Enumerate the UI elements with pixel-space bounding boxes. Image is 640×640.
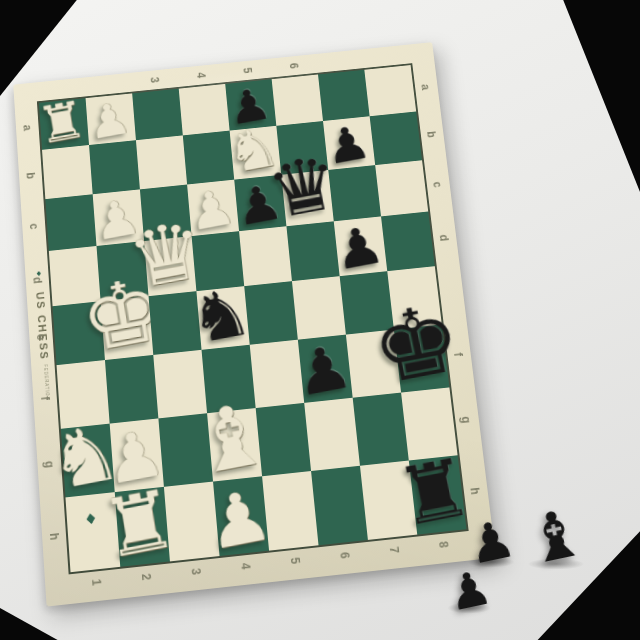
coord-label-right-a: a xyxy=(418,80,432,93)
square-b3[interactable] xyxy=(136,135,187,189)
coord-label-bottom-1: 1 xyxy=(89,575,104,590)
square-g5[interactable] xyxy=(256,403,311,476)
coord-label-right-g: g xyxy=(458,413,473,428)
coord-label-left-c: c xyxy=(27,219,41,233)
photo-stage: US CHESS FEDERATION ♜♟♟♞♟♟♟♟♛♛♟♚♞♟♚♞♟♝ ♜… xyxy=(0,0,640,640)
square-h8[interactable]: ♜ xyxy=(409,455,467,534)
square-h2[interactable]: ♜ xyxy=(115,487,170,567)
coord-label-top-4: 4 xyxy=(194,68,208,81)
brand-logo-text: US CHESS xyxy=(34,291,50,361)
coord-label-left-d: d xyxy=(30,273,44,287)
coord-label-top-3: 3 xyxy=(148,73,162,86)
white-rook-a1[interactable]: ♜ xyxy=(34,95,90,151)
square-d5[interactable] xyxy=(239,226,292,286)
coord-label-top-6: 6 xyxy=(287,59,301,72)
square-b2[interactable] xyxy=(89,140,140,194)
white-pawn-a2[interactable]: ♟ xyxy=(85,96,135,145)
coord-label-top-5: 5 xyxy=(240,64,254,77)
square-g6[interactable] xyxy=(304,398,360,471)
square-a8[interactable] xyxy=(364,65,416,116)
coord-label-left-a: a xyxy=(20,121,34,135)
coord-label-left-f: f xyxy=(38,391,52,406)
black-pawn-d7[interactable]: ♟ xyxy=(330,219,389,277)
square-a2[interactable]: ♟ xyxy=(86,93,136,145)
coord-label-right-c: c xyxy=(430,178,445,192)
square-e2[interactable]: ♚ xyxy=(101,296,154,360)
square-a3[interactable] xyxy=(132,89,183,141)
square-a6[interactable] xyxy=(272,74,323,125)
square-e6[interactable] xyxy=(292,276,346,340)
square-c1[interactable] xyxy=(45,194,96,251)
coord-label-bottom-5: 5 xyxy=(287,553,302,568)
coord-label-bottom-3: 3 xyxy=(188,564,203,579)
square-d7[interactable]: ♟ xyxy=(334,216,387,276)
coord-label-right-d: d xyxy=(436,230,451,244)
square-h6[interactable] xyxy=(311,466,368,546)
square-c8[interactable] xyxy=(375,160,428,216)
square-b8[interactable] xyxy=(370,111,422,165)
chess-board: US CHESS FEDERATION ♜♟♟♞♟♟♟♟♛♛♟♚♞♟♚♞♟♝ ♜… xyxy=(13,42,496,606)
coord-label-bottom-6: 6 xyxy=(337,548,352,563)
square-g4[interactable]: ♝ xyxy=(207,408,262,482)
coord-label-left-h: h xyxy=(47,529,62,544)
coord-label-bottom-7: 7 xyxy=(386,542,401,557)
square-a7[interactable] xyxy=(318,70,370,121)
square-b1[interactable] xyxy=(42,145,93,199)
square-e4[interactable]: ♞ xyxy=(196,286,249,350)
coord-label-left-b: b xyxy=(23,169,37,183)
board-grid: ♜♟♟♞♟♟♟♟♛♛♟♚♞♟♚♞♟♝ ♜♟♜ xyxy=(39,65,467,572)
square-a1[interactable]: ♜ xyxy=(39,98,89,150)
square-h5[interactable] xyxy=(262,471,318,551)
square-e5[interactable] xyxy=(244,281,298,345)
coord-label-right-b: b xyxy=(424,128,439,142)
square-d8[interactable] xyxy=(381,212,435,272)
square-f8[interactable]: ♚ xyxy=(394,324,450,392)
square-f6[interactable]: ♟ xyxy=(298,335,353,403)
black-king-f8[interactable]: ♚ xyxy=(364,293,469,398)
square-c6[interactable]: ♛ xyxy=(281,170,333,226)
coord-label-left-e: e xyxy=(34,330,48,344)
square-h4[interactable]: ♟ xyxy=(213,476,269,556)
